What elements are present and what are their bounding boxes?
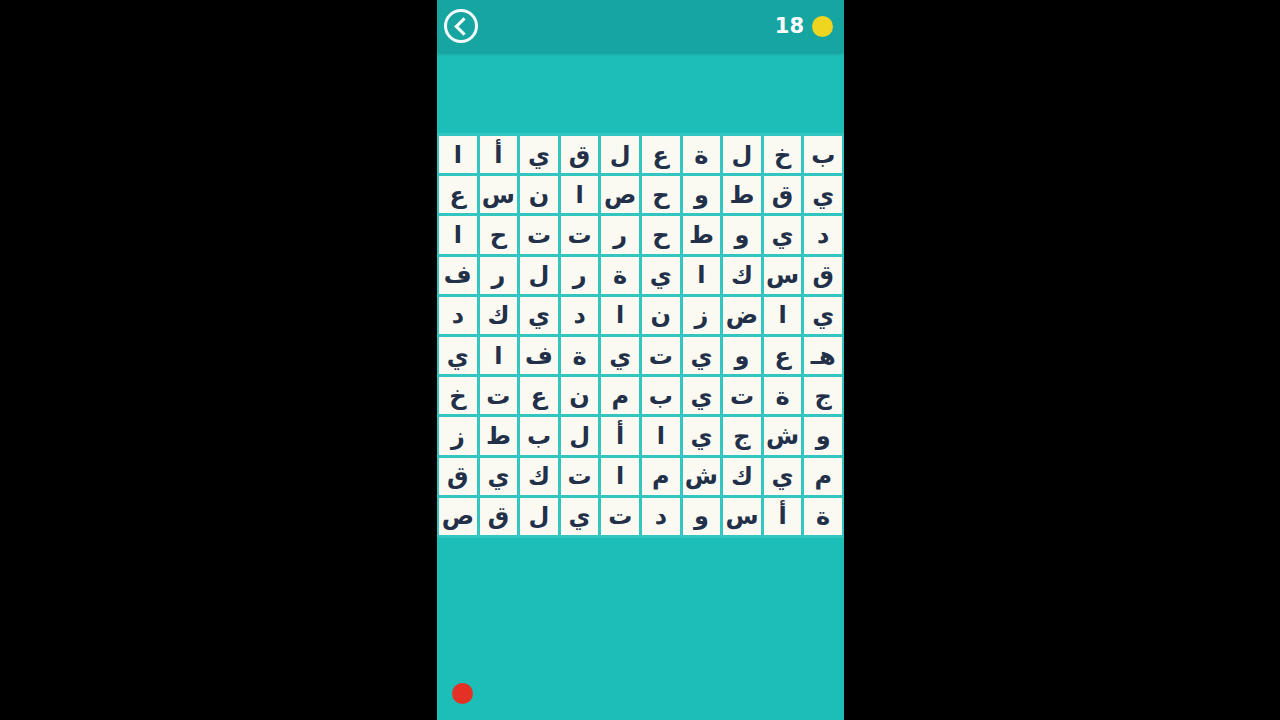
coin-counter: 18: [775, 14, 833, 38]
grid-cell-r4c7[interactable]: ا: [683, 257, 721, 294]
grid-cell-r5c2[interactable]: ك: [480, 297, 518, 334]
grid-cell-r8c4[interactable]: ل: [561, 417, 599, 454]
grid-cell-r3c7[interactable]: ط: [683, 216, 721, 253]
grid-cell-r4c2[interactable]: ر: [480, 257, 518, 294]
word-grid[interactable]: اأيقلعةلخبعسناصحوطقياحتترحطويدفرلرةياكسق…: [437, 133, 844, 538]
grid-cell-r1c2[interactable]: أ: [480, 136, 518, 173]
grid-cell-r5c7[interactable]: ز: [683, 297, 721, 334]
grid-cell-r6c10[interactable]: هـ: [804, 337, 842, 374]
grid-cell-r6c3[interactable]: ف: [520, 337, 558, 374]
grid-cell-r4c4[interactable]: ر: [561, 257, 599, 294]
grid-cell-r2c4[interactable]: ا: [561, 176, 599, 213]
grid-cell-r2c2[interactable]: س: [480, 176, 518, 213]
grid-cell-r10c8[interactable]: س: [723, 498, 761, 535]
grid-cell-r8c6[interactable]: ا: [642, 417, 680, 454]
grid-cell-r5c1[interactable]: د: [439, 297, 477, 334]
grid-cell-r7c8[interactable]: ت: [723, 377, 761, 414]
grid-cell-r10c10[interactable]: ة: [804, 498, 842, 535]
grid-cell-r6c5[interactable]: ي: [601, 337, 639, 374]
grid-cell-r7c4[interactable]: ن: [561, 377, 599, 414]
grid-cell-r9c7[interactable]: ش: [683, 458, 721, 495]
grid-cell-r6c7[interactable]: ي: [683, 337, 721, 374]
grid-cell-r1c5[interactable]: ل: [601, 136, 639, 173]
grid-cell-r9c4[interactable]: ت: [561, 458, 599, 495]
grid-cell-r6c6[interactable]: ت: [642, 337, 680, 374]
top-bar: 18: [437, 0, 844, 52]
grid-cell-r10c5[interactable]: ت: [601, 498, 639, 535]
grid-cell-r7c5[interactable]: م: [601, 377, 639, 414]
grid-cell-r8c1[interactable]: ز: [439, 417, 477, 454]
grid-cell-r6c9[interactable]: ع: [764, 337, 802, 374]
grid-cell-r3c1[interactable]: ا: [439, 216, 477, 253]
grid-cell-r8c3[interactable]: ب: [520, 417, 558, 454]
grid-cell-r6c8[interactable]: و: [723, 337, 761, 374]
yellow-coin-icon: [812, 16, 833, 37]
grid-cell-r1c4[interactable]: ق: [561, 136, 599, 173]
grid-cell-r2c1[interactable]: ع: [439, 176, 477, 213]
grid-cell-r9c3[interactable]: ك: [520, 458, 558, 495]
grid-cell-r3c2[interactable]: ح: [480, 216, 518, 253]
grid-cell-r3c8[interactable]: و: [723, 216, 761, 253]
grid-cell-r9c9[interactable]: ي: [764, 458, 802, 495]
grid-cell-r10c4[interactable]: ي: [561, 498, 599, 535]
grid-cell-r9c2[interactable]: ي: [480, 458, 518, 495]
grid-cell-r5c6[interactable]: ن: [642, 297, 680, 334]
grid-cell-r7c3[interactable]: ع: [520, 377, 558, 414]
grid-cell-r4c6[interactable]: ي: [642, 257, 680, 294]
coin-count: 18: [775, 14, 804, 38]
grid-cell-r5c9[interactable]: ا: [764, 297, 802, 334]
grid-cell-r9c8[interactable]: ك: [723, 458, 761, 495]
grid-cell-r3c4[interactable]: ت: [561, 216, 599, 253]
grid-cell-r2c8[interactable]: ط: [723, 176, 761, 213]
grid-cell-r1c3[interactable]: ي: [520, 136, 558, 173]
grid-cell-r1c10[interactable]: ب: [804, 136, 842, 173]
grid-cell-r7c1[interactable]: خ: [439, 377, 477, 414]
grid-cell-r8c10[interactable]: و: [804, 417, 842, 454]
game-panel: 18 اأيقلعةلخبعسناصحوطقياحتترحطويدفرلرةيا…: [437, 0, 844, 720]
grid-cell-r7c6[interactable]: ب: [642, 377, 680, 414]
grid-cell-r9c5[interactable]: ا: [601, 458, 639, 495]
grid-cell-r10c7[interactable]: و: [683, 498, 721, 535]
grid-cell-r8c7[interactable]: ي: [683, 417, 721, 454]
grid-cell-r7c10[interactable]: ج: [804, 377, 842, 414]
recording-dot-icon: [452, 683, 473, 704]
grid-cell-r10c1[interactable]: ص: [439, 498, 477, 535]
grid-cell-r4c9[interactable]: س: [764, 257, 802, 294]
grid-cell-r3c5[interactable]: ر: [601, 216, 639, 253]
grid-cell-r3c3[interactable]: ت: [520, 216, 558, 253]
grid-cell-r2c3[interactable]: ن: [520, 176, 558, 213]
grid-cell-r3c6[interactable]: ح: [642, 216, 680, 253]
grid-cell-r2c10[interactable]: ي: [804, 176, 842, 213]
grid-cell-r4c10[interactable]: ق: [804, 257, 842, 294]
chevron-left-icon: [454, 17, 472, 35]
grid-cell-r5c8[interactable]: ض: [723, 297, 761, 334]
grid-cell-r2c6[interactable]: ح: [642, 176, 680, 213]
grid-cell-r2c5[interactable]: ص: [601, 176, 639, 213]
grid-cell-r8c5[interactable]: أ: [601, 417, 639, 454]
grid-cell-r6c1[interactable]: ي: [439, 337, 477, 374]
grid-cell-r9c1[interactable]: ق: [439, 458, 477, 495]
grid-cell-r8c9[interactable]: ش: [764, 417, 802, 454]
grid-cell-r1c1[interactable]: ا: [439, 136, 477, 173]
grid-cell-r10c2[interactable]: ق: [480, 498, 518, 535]
grid-cell-r1c8[interactable]: ل: [723, 136, 761, 173]
grid-cell-r9c6[interactable]: م: [642, 458, 680, 495]
grid-cell-r4c3[interactable]: ل: [520, 257, 558, 294]
grid-cell-r7c2[interactable]: ت: [480, 377, 518, 414]
grid-cell-r8c8[interactable]: ج: [723, 417, 761, 454]
grid-cell-r3c9[interactable]: ي: [764, 216, 802, 253]
grid-cell-r10c3[interactable]: ل: [520, 498, 558, 535]
back-button[interactable]: [444, 9, 478, 43]
grid-cell-r5c10[interactable]: ي: [804, 297, 842, 334]
grid-cell-r8c2[interactable]: ط: [480, 417, 518, 454]
grid-cell-r4c5[interactable]: ة: [601, 257, 639, 294]
grid-cell-r2c9[interactable]: ق: [764, 176, 802, 213]
grid-cell-r5c3[interactable]: ي: [520, 297, 558, 334]
grid-cell-r7c9[interactable]: ة: [764, 377, 802, 414]
grid-cell-r1c9[interactable]: خ: [764, 136, 802, 173]
grid-cell-r9c10[interactable]: م: [804, 458, 842, 495]
grid-cell-r7c7[interactable]: ي: [683, 377, 721, 414]
grid-cell-r5c5[interactable]: ا: [601, 297, 639, 334]
grid-cell-r10c9[interactable]: أ: [764, 498, 802, 535]
grid-cell-r4c8[interactable]: ك: [723, 257, 761, 294]
grid-cell-r1c6[interactable]: ع: [642, 136, 680, 173]
screen: 18 اأيقلعةلخبعسناصحوطقياحتترحطويدفرلرةيا…: [0, 0, 1280, 720]
grid-cell-r4c1[interactable]: ف: [439, 257, 477, 294]
grid-cell-r2c7[interactable]: و: [683, 176, 721, 213]
grid-cell-r1c7[interactable]: ة: [683, 136, 721, 173]
grid-cell-r6c2[interactable]: ا: [480, 337, 518, 374]
grid-cell-r10c6[interactable]: د: [642, 498, 680, 535]
grid-cell-r3c10[interactable]: د: [804, 216, 842, 253]
grid-cell-r5c4[interactable]: د: [561, 297, 599, 334]
grid-cell-r6c4[interactable]: ة: [561, 337, 599, 374]
